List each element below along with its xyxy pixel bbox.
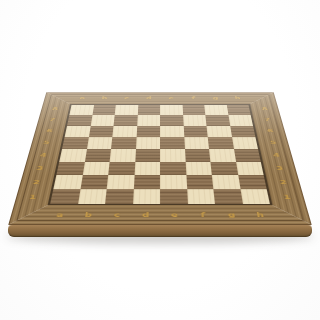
square-b1 xyxy=(78,189,107,204)
square-h7 xyxy=(228,115,253,126)
square-c2 xyxy=(107,175,134,189)
square-d1 xyxy=(133,189,160,204)
square-f1 xyxy=(187,189,215,204)
square-f3 xyxy=(185,162,212,175)
square-g5 xyxy=(208,137,234,149)
square-a4 xyxy=(59,149,86,162)
square-f6 xyxy=(183,126,207,137)
square-e8 xyxy=(160,105,183,115)
square-d2 xyxy=(133,175,160,189)
square-g6 xyxy=(206,126,231,137)
square-a2 xyxy=(53,175,82,189)
square-c6 xyxy=(112,126,136,137)
square-f5 xyxy=(184,137,209,149)
square-h2 xyxy=(238,175,267,189)
square-e3 xyxy=(160,162,186,175)
square-f2 xyxy=(186,175,213,189)
square-b2 xyxy=(80,175,108,189)
square-h4 xyxy=(234,149,261,162)
square-d5 xyxy=(136,137,161,149)
square-c8 xyxy=(115,105,138,115)
board-field xyxy=(48,104,273,205)
square-g4 xyxy=(209,149,236,162)
square-b5 xyxy=(87,137,113,149)
square-d7 xyxy=(137,115,160,126)
square-g1 xyxy=(213,189,242,204)
square-h1 xyxy=(240,189,270,204)
square-c4 xyxy=(110,149,136,162)
square-b3 xyxy=(82,162,109,175)
chessboard-product-photo: abcdefgh abcdefgh 87654321 87654321 xyxy=(0,0,320,320)
square-g8 xyxy=(204,105,228,115)
square-c7 xyxy=(114,115,138,126)
square-c1 xyxy=(105,189,133,204)
square-e6 xyxy=(160,126,184,137)
square-b4 xyxy=(84,149,111,162)
square-d3 xyxy=(134,162,160,175)
square-d4 xyxy=(135,149,160,162)
square-b8 xyxy=(92,105,116,115)
square-b7 xyxy=(90,115,114,126)
board-front-edge xyxy=(8,224,312,237)
frame-top xyxy=(43,92,277,104)
square-f4 xyxy=(185,149,211,162)
square-h3 xyxy=(236,162,264,175)
square-e1 xyxy=(160,189,187,204)
square-c3 xyxy=(108,162,135,175)
square-h5 xyxy=(232,137,258,149)
square-a7 xyxy=(67,115,92,126)
square-a8 xyxy=(69,105,93,115)
square-f7 xyxy=(183,115,207,126)
square-d8 xyxy=(137,105,160,115)
square-g3 xyxy=(210,162,237,175)
square-e7 xyxy=(160,115,183,126)
square-a5 xyxy=(62,137,88,149)
square-a1 xyxy=(50,189,80,204)
square-e4 xyxy=(160,149,185,162)
square-c5 xyxy=(111,137,136,149)
square-g7 xyxy=(205,115,229,126)
square-g2 xyxy=(212,175,240,189)
chessboard: abcdefgh abcdefgh 87654321 87654321 xyxy=(8,92,312,225)
square-a6 xyxy=(65,126,91,137)
frame-bottom xyxy=(8,205,312,225)
square-h6 xyxy=(230,126,256,137)
square-e2 xyxy=(160,175,187,189)
square-a3 xyxy=(56,162,84,175)
square-e5 xyxy=(160,137,185,149)
square-d6 xyxy=(136,126,160,137)
square-f8 xyxy=(182,105,205,115)
square-h8 xyxy=(226,105,250,115)
square-b6 xyxy=(88,126,113,137)
